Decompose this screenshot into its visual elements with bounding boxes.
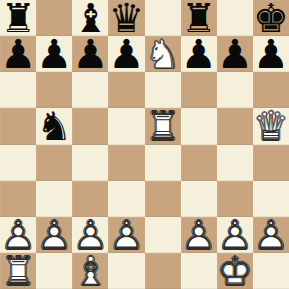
white-pawn[interactable]: ♟♙ [108, 217, 144, 253]
square-h2[interactable]: ♟♙ [253, 217, 289, 253]
white-king[interactable]: ♚♔ [217, 253, 253, 289]
black-rook[interactable]: ♜ [181, 0, 217, 36]
piece-outline-glyph: ♙ [217, 217, 253, 253]
square-h4[interactable] [253, 145, 289, 181]
square-f5[interactable] [181, 108, 217, 144]
piece-fill-glyph: ♜ [181, 0, 217, 36]
piece-outline-glyph: ♙ [253, 217, 289, 253]
piece-fill-glyph: ♟ [217, 36, 253, 72]
black-pawn[interactable]: ♟ [0, 36, 36, 72]
square-d5[interactable] [108, 108, 144, 144]
piece-outline-glyph: ♙ [36, 217, 72, 253]
square-c7[interactable]: ♟ [72, 36, 108, 72]
square-b4[interactable] [36, 145, 72, 181]
square-c8[interactable]: ♝ [72, 0, 108, 36]
square-e3[interactable] [145, 181, 181, 217]
square-b8[interactable] [36, 0, 72, 36]
square-c1[interactable]: ♝♗ [72, 253, 108, 289]
square-h1[interactable] [253, 253, 289, 289]
piece-fill-glyph: ♝ [72, 253, 108, 289]
piece-outline-glyph: ♙ [108, 217, 144, 253]
square-a2[interactable]: ♟♙ [0, 217, 36, 253]
piece-fill-glyph: ♟ [181, 217, 217, 253]
square-g8[interactable] [217, 0, 253, 36]
square-e7[interactable]: ♞♘ [145, 36, 181, 72]
square-a4[interactable] [0, 145, 36, 181]
square-d4[interactable] [108, 145, 144, 181]
square-b6[interactable] [36, 72, 72, 108]
piece-outline-glyph: ♘ [145, 36, 181, 72]
chess-board: ♜♝♛♜♚♟♟♟♟♞♘♟♟♟♞♜♖♛♕♟♙♟♙♟♙♟♙♟♙♟♙♟♙♜♖♝♗♚♔ [0, 0, 289, 289]
square-f3[interactable] [181, 181, 217, 217]
square-e2[interactable] [145, 217, 181, 253]
square-f1[interactable] [181, 253, 217, 289]
square-e6[interactable] [145, 72, 181, 108]
black-bishop[interactable]: ♝ [72, 0, 108, 36]
piece-fill-glyph: ♟ [181, 36, 217, 72]
square-e4[interactable] [145, 145, 181, 181]
square-a7[interactable]: ♟ [0, 36, 36, 72]
square-e8[interactable] [145, 0, 181, 36]
square-g3[interactable] [217, 181, 253, 217]
black-pawn[interactable]: ♟ [36, 36, 72, 72]
piece-outline-glyph: ♗ [72, 253, 108, 289]
square-g7[interactable]: ♟ [217, 36, 253, 72]
black-pawn[interactable]: ♟ [72, 36, 108, 72]
piece-fill-glyph: ♚ [217, 253, 253, 289]
piece-fill-glyph: ♜ [145, 108, 181, 144]
square-f8[interactable]: ♜ [181, 0, 217, 36]
white-pawn[interactable]: ♟♙ [72, 217, 108, 253]
square-b7[interactable]: ♟ [36, 36, 72, 72]
piece-fill-glyph: ♟ [0, 217, 36, 253]
white-pawn[interactable]: ♟♙ [217, 217, 253, 253]
piece-fill-glyph: ♟ [217, 217, 253, 253]
black-pawn[interactable]: ♟ [217, 36, 253, 72]
square-g5[interactable] [217, 108, 253, 144]
square-f6[interactable] [181, 72, 217, 108]
square-d1[interactable] [108, 253, 144, 289]
piece-fill-glyph: ♚ [253, 0, 289, 36]
square-d6[interactable] [108, 72, 144, 108]
square-h7[interactable]: ♟ [253, 36, 289, 72]
black-pawn[interactable]: ♟ [181, 36, 217, 72]
square-h3[interactable] [253, 181, 289, 217]
square-c4[interactable] [72, 145, 108, 181]
piece-outline-glyph: ♙ [0, 217, 36, 253]
piece-fill-glyph: ♛ [108, 0, 144, 36]
piece-fill-glyph: ♟ [253, 36, 289, 72]
black-rook[interactable]: ♜ [0, 0, 36, 36]
square-c3[interactable] [72, 181, 108, 217]
square-d2[interactable]: ♟♙ [108, 217, 144, 253]
white-bishop[interactable]: ♝♗ [72, 253, 108, 289]
piece-fill-glyph: ♞ [145, 36, 181, 72]
white-pawn[interactable]: ♟♙ [36, 217, 72, 253]
square-e1[interactable] [145, 253, 181, 289]
square-h5[interactable]: ♛♕ [253, 108, 289, 144]
piece-fill-glyph: ♛ [253, 108, 289, 144]
piece-outline-glyph: ♙ [72, 217, 108, 253]
piece-fill-glyph: ♝ [72, 0, 108, 36]
white-knight[interactable]: ♞♘ [145, 36, 181, 72]
piece-outline-glyph: ♔ [217, 253, 253, 289]
square-c5[interactable] [72, 108, 108, 144]
square-d7[interactable]: ♟ [108, 36, 144, 72]
piece-outline-glyph: ♕ [253, 108, 289, 144]
black-king[interactable]: ♚ [253, 0, 289, 36]
square-g6[interactable] [217, 72, 253, 108]
square-b5[interactable]: ♞ [36, 108, 72, 144]
piece-fill-glyph: ♟ [0, 36, 36, 72]
piece-fill-glyph: ♜ [0, 253, 36, 289]
white-rook[interactable]: ♜♖ [0, 253, 36, 289]
piece-fill-glyph: ♟ [72, 217, 108, 253]
white-rook[interactable]: ♜♖ [145, 108, 181, 144]
square-a5[interactable] [0, 108, 36, 144]
piece-fill-glyph: ♟ [108, 217, 144, 253]
piece-outline-glyph: ♖ [145, 108, 181, 144]
square-b2[interactable]: ♟♙ [36, 217, 72, 253]
square-f4[interactable] [181, 145, 217, 181]
square-f2[interactable]: ♟♙ [181, 217, 217, 253]
square-g2[interactable]: ♟♙ [217, 217, 253, 253]
piece-outline-glyph: ♖ [0, 253, 36, 289]
piece-fill-glyph: ♟ [253, 217, 289, 253]
square-d3[interactable] [108, 181, 144, 217]
square-g1[interactable]: ♚♔ [217, 253, 253, 289]
square-a3[interactable] [0, 181, 36, 217]
square-b1[interactable] [36, 253, 72, 289]
piece-fill-glyph: ♟ [108, 36, 144, 72]
white-pawn[interactable]: ♟♙ [181, 217, 217, 253]
black-pawn[interactable]: ♟ [253, 36, 289, 72]
square-f7[interactable]: ♟ [181, 36, 217, 72]
black-pawn[interactable]: ♟ [108, 36, 144, 72]
piece-fill-glyph: ♜ [0, 0, 36, 36]
square-d8[interactable]: ♛ [108, 0, 144, 36]
square-c6[interactable] [72, 72, 108, 108]
piece-fill-glyph: ♟ [36, 36, 72, 72]
square-h6[interactable] [253, 72, 289, 108]
white-queen[interactable]: ♛♕ [253, 108, 289, 144]
piece-fill-glyph: ♟ [36, 217, 72, 253]
white-pawn[interactable]: ♟♙ [253, 217, 289, 253]
piece-fill-glyph: ♞ [36, 108, 72, 144]
square-a8[interactable]: ♜ [0, 0, 36, 36]
square-a1[interactable]: ♜♖ [0, 253, 36, 289]
white-pawn[interactable]: ♟♙ [0, 217, 36, 253]
square-e5[interactable]: ♜♖ [145, 108, 181, 144]
square-h8[interactable]: ♚ [253, 0, 289, 36]
square-a6[interactable] [0, 72, 36, 108]
square-g4[interactable] [217, 145, 253, 181]
piece-outline-glyph: ♙ [181, 217, 217, 253]
black-queen[interactable]: ♛ [108, 0, 144, 36]
piece-fill-glyph: ♟ [72, 36, 108, 72]
square-c2[interactable]: ♟♙ [72, 217, 108, 253]
black-knight[interactable]: ♞ [36, 108, 72, 144]
square-b3[interactable] [36, 181, 72, 217]
